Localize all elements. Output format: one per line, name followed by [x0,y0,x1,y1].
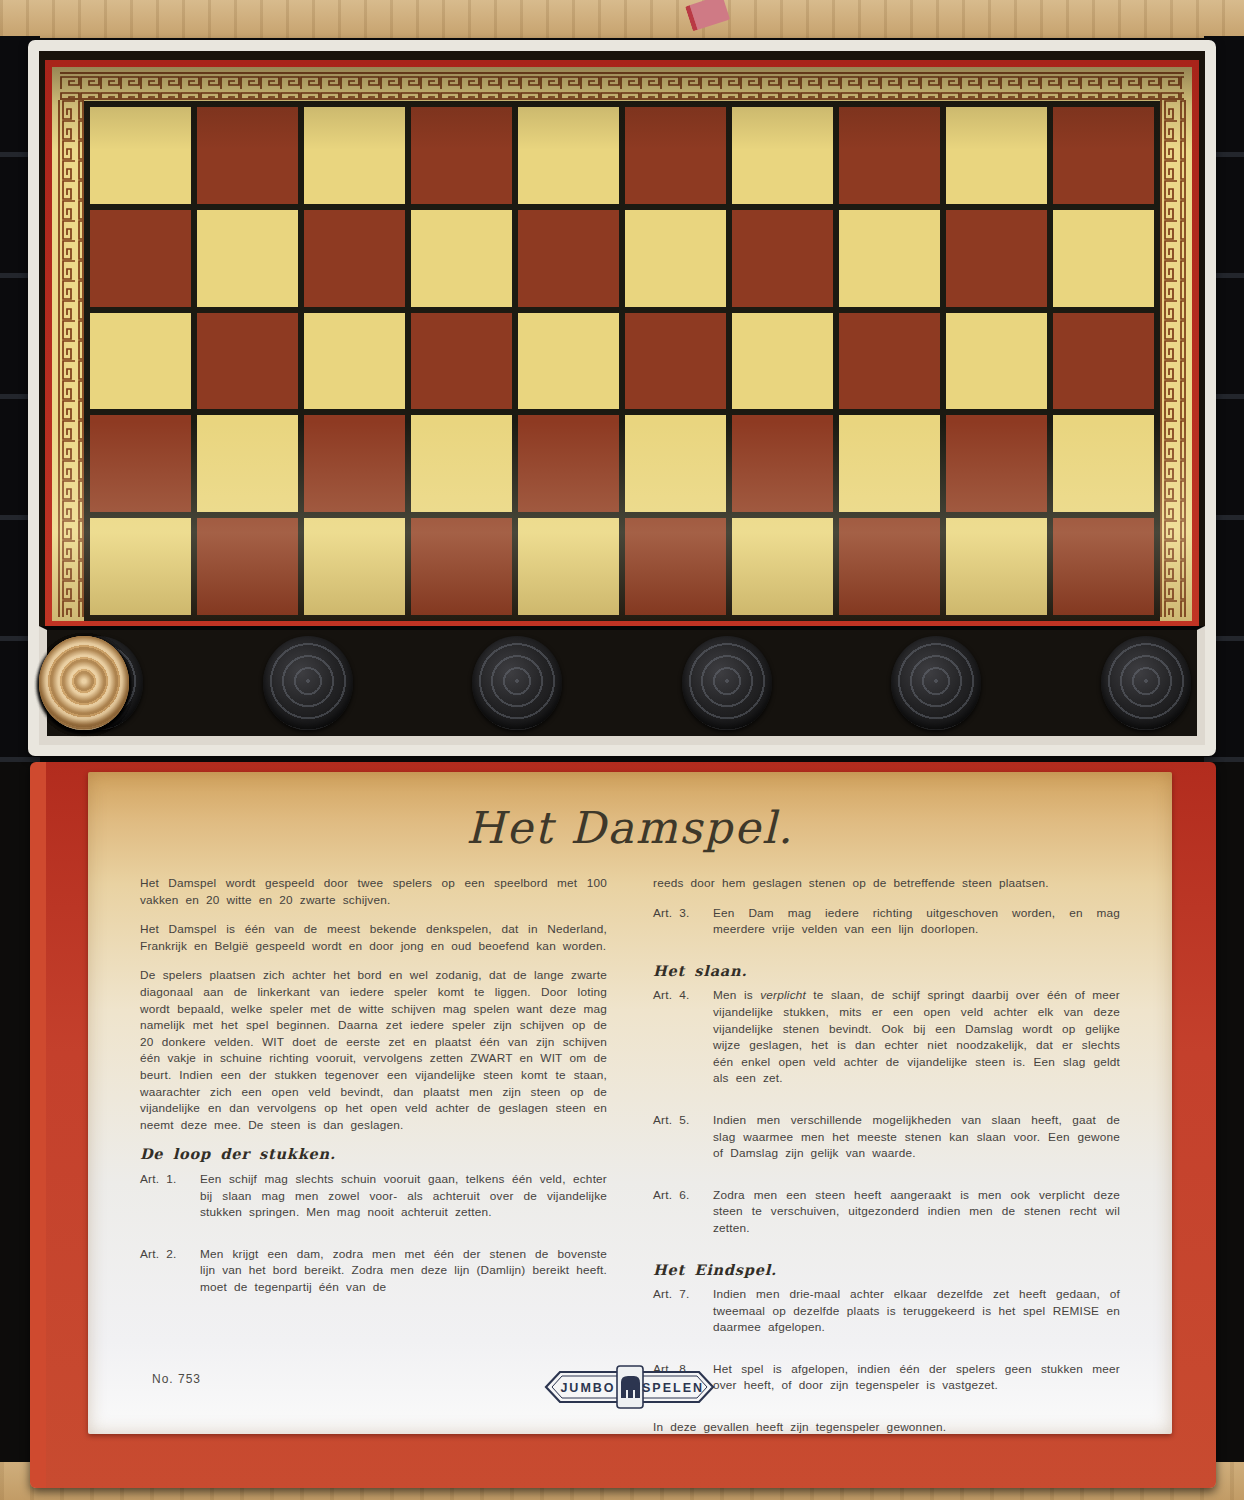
board-square [732,518,833,615]
board-square [518,518,619,615]
greek-key-border-right [1160,100,1186,617]
board-square [304,518,405,615]
greek-key-pattern [60,74,1184,98]
board-square [90,210,191,307]
article-4: Art. 4. Men is verplicht te slaan, de sc… [653,987,1120,1100]
article-text: Indien men drie-maal achter elkaar dezel… [713,1286,1120,1336]
board-square [197,313,298,410]
article-text: Zodra men een steen heeft aangeraakt is … [713,1187,1120,1237]
board-square [732,107,833,204]
board-square [90,518,191,615]
catalogue-number: No. 753 [152,1372,201,1386]
board-square [1053,210,1154,307]
article-1: Art. 1. Een schijf mag slechts schuin vo… [140,1171,607,1234]
board-square [518,210,619,307]
board-square [90,107,191,204]
board-square [518,313,619,410]
checker-piece-black [263,636,353,730]
article-text: Indien men verschillende mogelijkheden v… [713,1112,1120,1162]
article-text: Een schijf mag slechts schuin vooruit ga… [200,1171,607,1221]
article-text: Een Dam mag iedere richting uitgeschoven… [713,905,1120,938]
board-square [625,210,726,307]
paragraph: Het Damspel is één van de meest bekende … [140,921,607,954]
article-number: Art. 7. [653,1286,703,1349]
article-2-continuation: reeds door hem geslagen stenen op de bet… [653,875,1120,892]
dam-board [52,67,1192,621]
board-square [304,210,405,307]
board-square [304,313,405,410]
board-square [946,415,1047,512]
board-square [839,313,940,410]
board-square [625,107,726,204]
checker-piece-black [1101,636,1191,730]
rules-column-left: Het Damspel wordt gespeeld door twee spe… [140,875,607,1449]
article-text: Men krijgt een dam, zodra men met één de… [200,1246,607,1296]
board-square [304,107,405,204]
board-square [304,415,405,512]
photo-canvas: Het Damspel. Het Damspel wordt gespeeld … [0,0,1244,1500]
article-number: Art. 5. [653,1112,703,1175]
article-2: Art. 2. Men krijgt een dam, zodra men me… [140,1246,607,1309]
board-square [946,518,1047,615]
board-square [90,415,191,512]
board-square [1053,518,1154,615]
board-square [197,415,298,512]
article-5: Art. 5. Indien men verschillende mogelij… [653,1112,1120,1175]
board-square [411,107,512,204]
board-square [732,210,833,307]
article-number: Art. 3. [653,905,703,951]
rules-columns: Het Damspel wordt gespeeld door twee spe… [140,875,1120,1449]
checker-piece-black [682,636,772,730]
section-header-loop: De loop der stukken. [140,1146,607,1163]
board-grid [84,101,1160,621]
board-square [518,107,619,204]
board-square [946,107,1047,204]
article-7: Art. 7. Indien men drie-maal achter elka… [653,1286,1120,1349]
checker-piece-black [472,636,562,730]
board-square [1053,313,1154,410]
checker-piece-black [891,636,981,730]
article-number: Art. 4. [653,987,703,1100]
board-square [625,313,726,410]
board-square [625,415,726,512]
board-square [839,210,940,307]
board-square [197,210,298,307]
board-square [197,518,298,615]
game-box-bottom: Het Damspel. Het Damspel wordt gespeeld … [30,762,1216,1488]
board-square [1053,107,1154,204]
article-3: Art. 3. Een Dam mag iedere richting uitg… [653,905,1120,951]
article-text-emphasis: verplicht [760,988,806,1002]
article-number: Art. 2. [140,1246,190,1309]
board-square [946,210,1047,307]
greek-key-border-left [58,100,84,617]
article-text-part: te slaan, de schijf springt daarbij over… [713,988,1120,1085]
board-square [411,210,512,307]
greek-key-pattern [1162,100,1184,617]
section-header-slaan: Het slaan. [653,963,1120,980]
board-square [411,415,512,512]
board-square [839,415,940,512]
board-square [1053,415,1154,512]
logo-text-right: SPELEN [642,1381,704,1395]
board-square [946,313,1047,410]
board-square [732,415,833,512]
section-header-eindspel: Het Eindspel. [653,1262,1120,1279]
board-shadow [39,51,1205,626]
board-square [411,518,512,615]
board-square [518,415,619,512]
checker-piece-wood [39,636,129,730]
article-number: Art. 6. [653,1187,703,1250]
elephant-icon [621,1376,640,1398]
board-square [839,518,940,615]
sheet-footer: No. 753 JUMBO SPELEN [88,1364,1172,1410]
paragraph: Het Damspel wordt gespeeld door twee spe… [140,875,607,908]
board-square [411,313,512,410]
logo-text-left: JUMBO [560,1381,615,1395]
article-text-part: Men is [713,988,760,1002]
greek-key-border-top [60,72,1184,100]
article-text: Men is verplicht te slaan, de schijf spr… [713,987,1120,1087]
board-square [90,313,191,410]
paragraph: De spelers plaatsen zich achter het bord… [140,967,607,1133]
closing-line: In deze gevallen heeft zijn tegenspeler … [653,1419,1120,1436]
board-square [197,107,298,204]
sheet-title: Het Damspel. [140,802,1120,853]
jumbo-spelen-logo: JUMBO SPELEN [541,1364,719,1410]
piece-tray [39,626,1205,745]
greek-key-pattern [60,100,82,617]
board-square [839,107,940,204]
board-square [625,518,726,615]
article-number: Art. 1. [140,1171,190,1234]
rules-column-right: reeds door hem geslagen stenen op de bet… [653,875,1120,1449]
game-box-lid [28,40,1216,756]
rules-sheet: Het Damspel. Het Damspel wordt gespeeld … [88,772,1172,1434]
article-6: Art. 6. Zodra men een steen heeft aanger… [653,1187,1120,1250]
board-square [732,313,833,410]
table-wood-top [0,0,1244,38]
board-red-trim [45,60,1199,626]
